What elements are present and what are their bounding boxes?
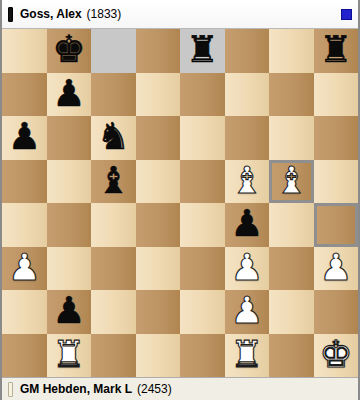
black-pawn: ♟: [8, 118, 41, 157]
square-a7[interactable]: [2, 73, 47, 117]
square-d4[interactable]: [136, 203, 181, 247]
white-pawn: ♟: [8, 249, 41, 288]
square-a5[interactable]: [2, 160, 47, 204]
square-g6[interactable]: [269, 116, 314, 160]
square-c6[interactable]: ♞: [91, 116, 136, 160]
square-g4[interactable]: [269, 203, 314, 247]
square-c8[interactable]: [91, 29, 136, 73]
square-b6[interactable]: [47, 116, 92, 160]
square-h1[interactable]: ♚: [314, 334, 359, 378]
square-e6[interactable]: [180, 116, 225, 160]
bottom-player-rating: (2453): [137, 382, 172, 396]
black-rook: ♜: [186, 31, 219, 70]
square-a3[interactable]: ♟: [2, 247, 47, 291]
square-c5[interactable]: ♝: [91, 160, 136, 204]
square-a2[interactable]: [2, 290, 47, 334]
black-pawn: ♟: [52, 75, 85, 114]
top-player-name: Goss, Alex: [20, 7, 82, 21]
square-g7[interactable]: [269, 73, 314, 117]
square-d3[interactable]: [136, 247, 181, 291]
square-f3[interactable]: ♟: [225, 247, 270, 291]
black-knight: ♞: [97, 118, 130, 157]
white-rook: ♜: [52, 336, 85, 375]
square-c7[interactable]: [91, 73, 136, 117]
white-side-icon: [8, 382, 13, 397]
square-h5[interactable]: [314, 160, 359, 204]
square-e7[interactable]: [180, 73, 225, 117]
square-e4[interactable]: [180, 203, 225, 247]
square-h7[interactable]: [314, 73, 359, 117]
square-e5[interactable]: [180, 160, 225, 204]
square-b7[interactable]: ♟: [47, 73, 92, 117]
black-bishop: ♝: [97, 162, 130, 201]
square-f5[interactable]: ♝: [225, 160, 270, 204]
square-a1[interactable]: [2, 334, 47, 378]
square-d2[interactable]: [136, 290, 181, 334]
square-f8[interactable]: [225, 29, 270, 73]
black-rook: ♜: [319, 31, 352, 70]
square-d7[interactable]: [136, 73, 181, 117]
square-g8[interactable]: [269, 29, 314, 73]
square-h4[interactable]: [314, 203, 359, 247]
black-pawn: ♟: [52, 292, 85, 331]
square-a8[interactable]: [2, 29, 47, 73]
white-bishop: ♝: [230, 162, 263, 201]
square-b4[interactable]: [47, 203, 92, 247]
square-h8[interactable]: ♜: [314, 29, 359, 73]
square-a4[interactable]: [2, 203, 47, 247]
square-f6[interactable]: [225, 116, 270, 160]
square-d5[interactable]: [136, 160, 181, 204]
square-g5[interactable]: ♝: [269, 160, 314, 204]
chess-board: ♚♜♜♟♟♞♝♝♝♟♟♟♟♟♟♜♜♚: [2, 29, 358, 377]
white-rook: ♜: [230, 336, 263, 375]
black-side-icon: [8, 7, 13, 22]
square-f7[interactable]: [225, 73, 270, 117]
bottom-player-name: GM Hebden, Mark L: [20, 382, 132, 396]
square-d1[interactable]: [136, 334, 181, 378]
square-c1[interactable]: [91, 334, 136, 378]
square-d6[interactable]: [136, 116, 181, 160]
square-d8[interactable]: [136, 29, 181, 73]
square-f2[interactable]: ♟: [225, 290, 270, 334]
white-king: ♚: [319, 336, 352, 375]
square-e8[interactable]: ♜: [180, 29, 225, 73]
square-h6[interactable]: [314, 116, 359, 160]
top-player-rating: (1833): [87, 7, 122, 21]
player-bottom-bar: GM Hebden, Mark L (2453): [2, 377, 358, 400]
square-b2[interactable]: ♟: [47, 290, 92, 334]
square-a6[interactable]: ♟: [2, 116, 47, 160]
square-h2[interactable]: [314, 290, 359, 334]
square-e2[interactable]: [180, 290, 225, 334]
black-pawn: ♟: [230, 205, 263, 244]
square-g2[interactable]: [269, 290, 314, 334]
square-e1[interactable]: [180, 334, 225, 378]
square-c3[interactable]: [91, 247, 136, 291]
player-top-bar: Goss, Alex (1833): [2, 0, 358, 29]
white-bishop: ♝: [275, 162, 308, 201]
square-c4[interactable]: [91, 203, 136, 247]
square-f4[interactable]: ♟: [225, 203, 270, 247]
square-b1[interactable]: ♜: [47, 334, 92, 378]
blue-square-icon[interactable]: [341, 9, 352, 20]
white-pawn: ♟: [319, 249, 352, 288]
black-king: ♚: [52, 31, 85, 70]
square-h3[interactable]: ♟: [314, 247, 359, 291]
square-e3[interactable]: [180, 247, 225, 291]
white-pawn: ♟: [230, 292, 263, 331]
square-c2[interactable]: [91, 290, 136, 334]
square-b5[interactable]: [47, 160, 92, 204]
square-f1[interactable]: ♜: [225, 334, 270, 378]
square-b3[interactable]: [47, 247, 92, 291]
chess-game-window: Goss, Alex (1833) ♚♜♜♟♟♞♝♝♝♟♟♟♟♟♟♜♜♚ GM …: [0, 0, 360, 400]
square-g3[interactable]: [269, 247, 314, 291]
square-g1[interactable]: [269, 334, 314, 378]
square-b8[interactable]: ♚: [47, 29, 92, 73]
white-pawn: ♟: [230, 249, 263, 288]
